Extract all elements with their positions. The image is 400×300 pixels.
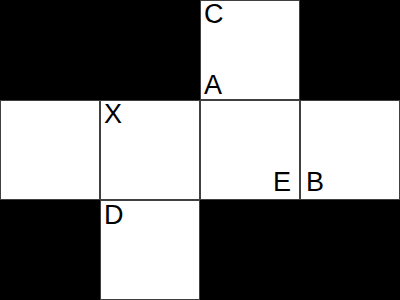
cell-r1c1-net-face: X [100,100,200,200]
label-D: D [104,202,124,229]
cell-r0c0 [0,0,100,100]
cell-r1c3-net-face: B [300,100,400,200]
cell-r2c1-net-face: D [100,200,200,300]
label-B: B [306,169,324,196]
cell-r1c2-net-face: E [200,100,300,200]
label-X: X [104,101,122,128]
label-A: A [204,72,222,99]
cell-r0c2-net-face: C A [200,0,300,100]
label-E: E [273,169,291,196]
cube-net-board: C A X E B D [0,0,400,300]
cell-r0c1 [100,0,200,100]
label-C: C [204,1,224,28]
cell-r2c0 [0,200,100,300]
cell-r2c3 [300,200,400,300]
cell-r2c2 [200,200,300,300]
cell-r1c0-net-face [0,100,100,200]
cell-r0c3 [300,0,400,100]
